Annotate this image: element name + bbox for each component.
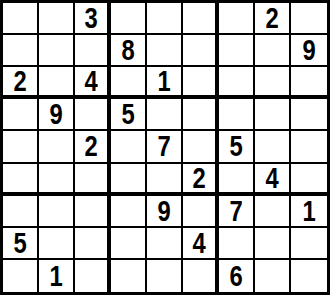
cell-r9c4[interactable] (111, 260, 147, 292)
cell-r7c1[interactable] (3, 196, 39, 228)
cell-r9c3[interactable] (75, 260, 111, 292)
cell-r1c6[interactable] (183, 3, 219, 35)
given-digit: 2 (84, 131, 97, 161)
cell-r2c3[interactable] (75, 35, 111, 67)
given-digit: 4 (265, 164, 278, 193)
given-digit: 4 (84, 67, 97, 96)
cell-r3c3[interactable]: 4 (75, 67, 111, 99)
cell-r2c9[interactable]: 9 (291, 35, 327, 67)
cell-r6c1[interactable] (3, 164, 39, 196)
cell-r4c9[interactable] (291, 99, 327, 131)
given-digit: 1 (157, 67, 170, 96)
cell-r5c9[interactable] (291, 131, 327, 163)
cell-r6c4[interactable] (111, 164, 147, 196)
cell-r8c2[interactable] (39, 228, 75, 260)
cell-r9c9[interactable] (291, 260, 327, 292)
cell-r6c8[interactable]: 4 (255, 164, 291, 196)
cell-r5c4[interactable] (111, 131, 147, 163)
cell-r4c6[interactable] (183, 99, 219, 131)
cell-r7c8[interactable] (255, 196, 291, 228)
cell-r4c5[interactable] (147, 99, 183, 131)
cell-r1c2[interactable] (39, 3, 75, 35)
cell-r2c8[interactable] (255, 35, 291, 67)
cell-r1c8[interactable]: 2 (255, 3, 291, 35)
cell-r1c3[interactable]: 3 (75, 3, 111, 35)
cell-r3c8[interactable] (255, 67, 291, 99)
given-digit: 5 (121, 99, 134, 129)
cell-r2c5[interactable] (147, 35, 183, 67)
cell-r4c7[interactable] (219, 99, 255, 131)
cell-r7c5[interactable]: 9 (147, 196, 183, 228)
cell-r4c3[interactable] (75, 99, 111, 131)
cell-r5c3[interactable]: 2 (75, 131, 111, 163)
cell-r3c7[interactable] (219, 67, 255, 99)
cell-r1c7[interactable] (219, 3, 255, 35)
cell-r2c2[interactable] (39, 35, 75, 67)
given-digit: 4 (192, 228, 205, 258)
cell-r4c4[interactable]: 5 (111, 99, 147, 131)
cell-r5c8[interactable] (255, 131, 291, 163)
cell-r8c4[interactable] (111, 228, 147, 260)
cell-r7c4[interactable] (111, 196, 147, 228)
cell-r3c2[interactable] (39, 67, 75, 99)
cell-r8c5[interactable] (147, 228, 183, 260)
given-digit: 8 (121, 35, 134, 65)
given-digit: 2 (265, 3, 278, 33)
cell-r2c4[interactable]: 8 (111, 35, 147, 67)
cell-r8c7[interactable] (219, 228, 255, 260)
cell-r3c9[interactable] (291, 67, 327, 99)
cell-r1c4[interactable] (111, 3, 147, 35)
given-digit: 9 (49, 99, 62, 129)
cell-r2c1[interactable] (3, 35, 39, 67)
cell-r1c1[interactable] (3, 3, 39, 35)
cell-r7c7[interactable]: 7 (219, 196, 255, 228)
cell-r6c6[interactable]: 2 (183, 164, 219, 196)
given-digit: 5 (13, 228, 26, 258)
cell-r1c9[interactable] (291, 3, 327, 35)
cell-r3c5[interactable]: 1 (147, 67, 183, 99)
cell-r2c6[interactable] (183, 35, 219, 67)
cell-r3c1[interactable]: 2 (3, 67, 39, 99)
cell-r4c2[interactable]: 9 (39, 99, 75, 131)
given-digit: 5 (229, 131, 242, 161)
given-digit: 7 (157, 131, 170, 161)
cell-r9c2[interactable]: 1 (39, 260, 75, 292)
given-digit: 1 (49, 261, 62, 291)
cell-r7c9[interactable]: 1 (291, 196, 327, 228)
cell-r9c6[interactable] (183, 260, 219, 292)
cell-r2c7[interactable] (219, 35, 255, 67)
cell-r9c8[interactable] (255, 260, 291, 292)
given-digit: 2 (192, 164, 205, 193)
cell-r9c5[interactable] (147, 260, 183, 292)
cell-r6c3[interactable] (75, 164, 111, 196)
cell-r3c4[interactable] (111, 67, 147, 99)
cell-r1c5[interactable] (147, 3, 183, 35)
cell-r9c7[interactable]: 6 (219, 260, 255, 292)
given-digit: 9 (157, 196, 170, 226)
sudoku-board: 328924195275249715416 (0, 0, 330, 295)
cell-r5c6[interactable] (183, 131, 219, 163)
cell-r6c7[interactable] (219, 164, 255, 196)
cell-r4c1[interactable] (3, 99, 39, 131)
cell-r7c2[interactable] (39, 196, 75, 228)
cell-r6c5[interactable] (147, 164, 183, 196)
cell-r8c6[interactable]: 4 (183, 228, 219, 260)
given-digit: 6 (229, 261, 242, 291)
cell-r9c1[interactable] (3, 260, 39, 292)
cell-r8c8[interactable] (255, 228, 291, 260)
cell-r3c6[interactable] (183, 67, 219, 99)
cell-r8c1[interactable]: 5 (3, 228, 39, 260)
cell-r5c1[interactable] (3, 131, 39, 163)
cell-r6c9[interactable] (291, 164, 327, 196)
given-digit: 7 (229, 196, 242, 226)
cell-r5c7[interactable]: 5 (219, 131, 255, 163)
cell-r7c3[interactable] (75, 196, 111, 228)
cell-r6c2[interactable] (39, 164, 75, 196)
cell-r4c8[interactable] (255, 99, 291, 131)
cell-r5c2[interactable] (39, 131, 75, 163)
cell-r5c5[interactable]: 7 (147, 131, 183, 163)
cell-r8c3[interactable] (75, 228, 111, 260)
cell-r7c6[interactable] (183, 196, 219, 228)
cell-r8c9[interactable] (291, 228, 327, 260)
given-digit: 9 (302, 35, 315, 65)
given-digit: 2 (13, 67, 26, 96)
given-digit: 1 (302, 196, 315, 226)
given-digit: 3 (84, 3, 97, 33)
